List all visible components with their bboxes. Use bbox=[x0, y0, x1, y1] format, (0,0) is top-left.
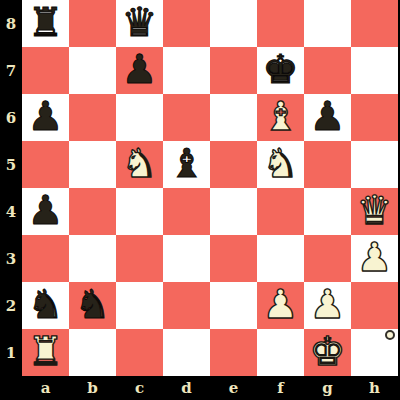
file-label-c: c bbox=[116, 376, 163, 400]
piece-black-pawn-a4[interactable]: ♟ bbox=[28, 187, 64, 234]
piece-white-knight-c5[interactable]: ♞ bbox=[122, 140, 158, 187]
square-c5[interactable]: ♞ bbox=[116, 141, 163, 188]
square-f5[interactable]: ♞ bbox=[257, 141, 304, 188]
piece-white-bishop-f6[interactable]: ♝ bbox=[263, 93, 299, 140]
square-g5[interactable] bbox=[304, 141, 351, 188]
square-f2[interactable]: ♟ bbox=[257, 282, 304, 329]
square-e4[interactable] bbox=[210, 188, 257, 235]
rank-label-1: 1 bbox=[0, 329, 22, 376]
piece-black-pawn-a6[interactable]: ♟ bbox=[28, 93, 64, 140]
square-a2[interactable]: ♞ bbox=[22, 282, 69, 329]
piece-black-bishop-d5[interactable]: ♝ bbox=[169, 140, 205, 187]
piece-black-king-f7[interactable]: ♚ bbox=[263, 46, 299, 93]
square-h7[interactable] bbox=[351, 47, 398, 94]
square-h3[interactable]: ♟ bbox=[351, 235, 398, 282]
rank-label-3: 3 bbox=[0, 235, 22, 282]
square-e1[interactable] bbox=[210, 329, 257, 376]
square-d3[interactable] bbox=[163, 235, 210, 282]
piece-white-pawn-f2[interactable]: ♟ bbox=[263, 281, 299, 328]
square-d2[interactable] bbox=[163, 282, 210, 329]
rank-label-6: 6 bbox=[0, 94, 22, 141]
square-b5[interactable] bbox=[69, 141, 116, 188]
piece-black-rook-a8[interactable]: ♜ bbox=[28, 0, 64, 46]
square-b7[interactable] bbox=[69, 47, 116, 94]
piece-black-knight-a2[interactable]: ♞ bbox=[28, 281, 64, 328]
square-c1[interactable] bbox=[116, 329, 163, 376]
file-label-d: d bbox=[163, 376, 210, 400]
piece-white-queen-h4[interactable]: ♛ bbox=[357, 187, 393, 234]
square-g3[interactable] bbox=[304, 235, 351, 282]
file-label-h: h bbox=[351, 376, 398, 400]
square-h8[interactable] bbox=[351, 0, 398, 47]
rank-labels: 87654321 bbox=[0, 0, 22, 376]
square-g1[interactable]: ♚ bbox=[304, 329, 351, 376]
square-a7[interactable] bbox=[22, 47, 69, 94]
square-e7[interactable] bbox=[210, 47, 257, 94]
square-f3[interactable] bbox=[257, 235, 304, 282]
square-a4[interactable]: ♟ bbox=[22, 188, 69, 235]
square-f4[interactable] bbox=[257, 188, 304, 235]
chess-board-frame: 87654321 ♜♛♟♚♟♝♟♞♝♞♟♛♟♞♞♟♟♜♚ abcdefgh bbox=[0, 0, 400, 400]
file-labels: abcdefgh bbox=[22, 376, 398, 400]
rank-label-8: 8 bbox=[0, 0, 22, 47]
piece-white-king-g1[interactable]: ♚ bbox=[310, 328, 346, 375]
square-e6[interactable] bbox=[210, 94, 257, 141]
square-b3[interactable] bbox=[69, 235, 116, 282]
rank-label-4: 4 bbox=[0, 188, 22, 235]
square-b1[interactable] bbox=[69, 329, 116, 376]
piece-white-knight-f5[interactable]: ♞ bbox=[263, 140, 299, 187]
piece-black-knight-b2[interactable]: ♞ bbox=[75, 281, 111, 328]
square-g7[interactable] bbox=[304, 47, 351, 94]
rank-label-5: 5 bbox=[0, 141, 22, 188]
square-e2[interactable] bbox=[210, 282, 257, 329]
square-c3[interactable] bbox=[116, 235, 163, 282]
square-h5[interactable] bbox=[351, 141, 398, 188]
piece-black-queen-c8[interactable]: ♛ bbox=[122, 0, 158, 46]
piece-black-pawn-c7[interactable]: ♟ bbox=[122, 46, 158, 93]
square-d6[interactable] bbox=[163, 94, 210, 141]
square-g8[interactable] bbox=[304, 0, 351, 47]
file-label-f: f bbox=[257, 376, 304, 400]
square-a5[interactable] bbox=[22, 141, 69, 188]
rank-label-7: 7 bbox=[0, 47, 22, 94]
square-h6[interactable] bbox=[351, 94, 398, 141]
square-f6[interactable]: ♝ bbox=[257, 94, 304, 141]
file-label-b: b bbox=[69, 376, 116, 400]
square-c2[interactable] bbox=[116, 282, 163, 329]
square-f1[interactable] bbox=[257, 329, 304, 376]
turn-indicator-dot bbox=[385, 330, 395, 340]
file-label-a: a bbox=[22, 376, 69, 400]
square-f8[interactable] bbox=[257, 0, 304, 47]
square-d5[interactable]: ♝ bbox=[163, 141, 210, 188]
square-c6[interactable] bbox=[116, 94, 163, 141]
square-d1[interactable] bbox=[163, 329, 210, 376]
square-c8[interactable]: ♛ bbox=[116, 0, 163, 47]
square-b2[interactable]: ♞ bbox=[69, 282, 116, 329]
square-h4[interactable]: ♛ bbox=[351, 188, 398, 235]
square-g2[interactable]: ♟ bbox=[304, 282, 351, 329]
square-d7[interactable] bbox=[163, 47, 210, 94]
square-e3[interactable] bbox=[210, 235, 257, 282]
square-b8[interactable] bbox=[69, 0, 116, 47]
square-h2[interactable] bbox=[351, 282, 398, 329]
square-g6[interactable]: ♟ bbox=[304, 94, 351, 141]
rank-label-2: 2 bbox=[0, 282, 22, 329]
square-b6[interactable] bbox=[69, 94, 116, 141]
piece-white-pawn-h3[interactable]: ♟ bbox=[357, 234, 393, 281]
square-c4[interactable] bbox=[116, 188, 163, 235]
chess-board: ♜♛♟♚♟♝♟♞♝♞♟♛♟♞♞♟♟♜♚ bbox=[22, 0, 398, 376]
square-e5[interactable] bbox=[210, 141, 257, 188]
square-d4[interactable] bbox=[163, 188, 210, 235]
square-a1[interactable]: ♜ bbox=[22, 329, 69, 376]
file-label-g: g bbox=[304, 376, 351, 400]
square-e8[interactable] bbox=[210, 0, 257, 47]
square-b4[interactable] bbox=[69, 188, 116, 235]
square-g4[interactable] bbox=[304, 188, 351, 235]
square-a8[interactable]: ♜ bbox=[22, 0, 69, 47]
square-c7[interactable]: ♟ bbox=[116, 47, 163, 94]
file-label-e: e bbox=[210, 376, 257, 400]
square-f7[interactable]: ♚ bbox=[257, 47, 304, 94]
piece-black-pawn-g6[interactable]: ♟ bbox=[310, 93, 346, 140]
square-d8[interactable] bbox=[163, 0, 210, 47]
square-a3[interactable] bbox=[22, 235, 69, 282]
piece-white-rook-a1[interactable]: ♜ bbox=[28, 328, 64, 375]
square-a6[interactable]: ♟ bbox=[22, 94, 69, 141]
piece-white-pawn-g2[interactable]: ♟ bbox=[310, 281, 346, 328]
